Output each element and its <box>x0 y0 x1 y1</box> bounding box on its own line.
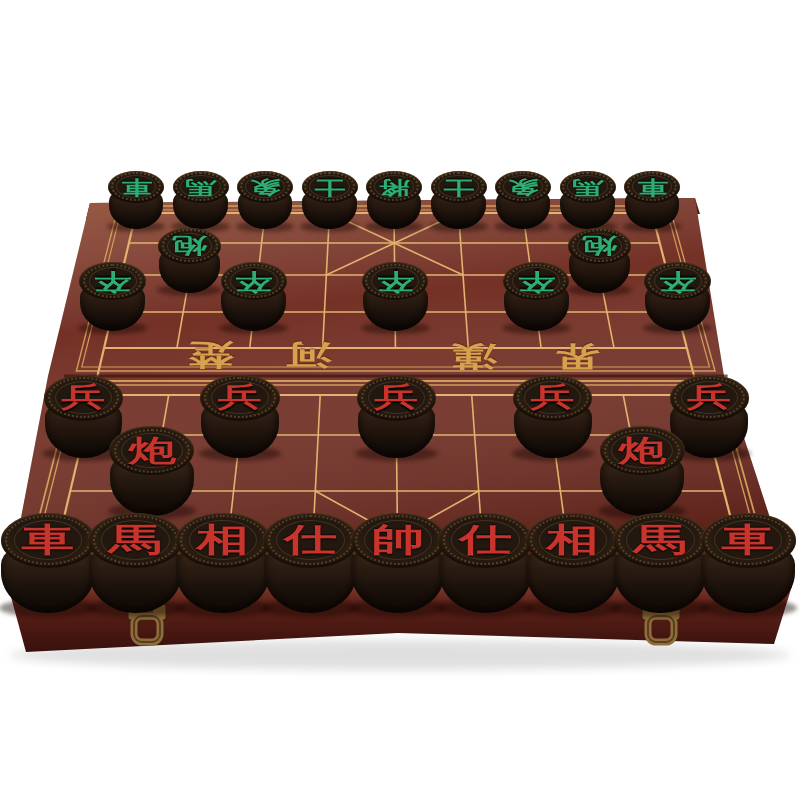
piece-character: 兵 <box>670 375 749 421</box>
piece-character: 車 <box>108 171 164 203</box>
piece-character: 炮 <box>158 228 221 264</box>
piece-character: 士 <box>302 171 358 203</box>
river-text-chu: 楚 <box>179 341 243 370</box>
piece-red-horse[interactable]: 馬 <box>613 513 708 613</box>
piece-character: 仕 <box>438 513 533 568</box>
piece-character: 兵 <box>513 375 592 421</box>
piece-black-soldier[interactable]: 卒 <box>79 262 145 332</box>
piece-character: 象 <box>495 171 551 203</box>
river-text-han: 漢 <box>442 342 506 371</box>
piece-black-elephant[interactable]: 象 <box>237 171 293 230</box>
piece-top-face: 車 <box>1 513 96 568</box>
river-text-he: 河 <box>277 341 341 370</box>
piece-character: 仕 <box>263 513 358 568</box>
piece-top-face: 卒 <box>79 262 145 300</box>
piece-red-chariot[interactable]: 車 <box>1 513 96 613</box>
piece-black-soldier[interactable]: 卒 <box>221 262 287 332</box>
piece-top-face: 炮 <box>158 228 221 264</box>
piece-red-cannon[interactable]: 炮 <box>600 426 685 516</box>
piece-character: 馬 <box>173 171 229 203</box>
piece-top-face: 士 <box>431 171 487 203</box>
piece-top-face: 馬 <box>560 171 616 203</box>
piece-black-cannon[interactable]: 炮 <box>158 228 221 293</box>
piece-top-face: 卒 <box>221 262 287 300</box>
piece-black-cannon[interactable]: 炮 <box>568 228 631 293</box>
piece-top-face: 炮 <box>600 426 685 475</box>
piece-character: 馬 <box>613 513 708 568</box>
piece-red-advisor[interactable]: 仕 <box>438 513 533 613</box>
piece-red-general[interactable]: 帥 <box>351 513 446 613</box>
piece-top-face: 馬 <box>173 171 229 203</box>
piece-character: 卒 <box>644 262 710 300</box>
piece-black-general[interactable]: 將 <box>366 171 422 230</box>
piece-black-elephant[interactable]: 象 <box>495 171 551 230</box>
piece-top-face: 士 <box>302 171 358 203</box>
piece-character: 士 <box>431 171 487 203</box>
piece-black-chariot[interactable]: 車 <box>108 171 164 230</box>
piece-red-chariot[interactable]: 車 <box>701 513 796 613</box>
piece-top-face: 相 <box>176 513 271 568</box>
piece-top-face: 仕 <box>263 513 358 568</box>
piece-black-advisor[interactable]: 士 <box>302 171 358 230</box>
piece-red-soldier[interactable]: 兵 <box>513 375 592 458</box>
piece-character: 炮 <box>568 228 631 264</box>
piece-top-face: 卒 <box>362 262 428 300</box>
piece-top-face: 炮 <box>109 426 194 475</box>
piece-red-advisor[interactable]: 仕 <box>263 513 358 613</box>
piece-top-face: 相 <box>526 513 621 568</box>
piece-character: 帥 <box>351 513 446 568</box>
piece-character: 兵 <box>357 375 436 421</box>
piece-red-soldier[interactable]: 兵 <box>357 375 436 458</box>
piece-top-face: 兵 <box>200 375 279 421</box>
piece-top-face: 將 <box>366 171 422 203</box>
piece-top-face: 馬 <box>613 513 708 568</box>
piece-character: 卒 <box>503 262 569 300</box>
piece-top-face: 兵 <box>357 375 436 421</box>
piece-top-face: 車 <box>701 513 796 568</box>
piece-red-cannon[interactable]: 炮 <box>109 426 194 516</box>
piece-top-face: 帥 <box>351 513 446 568</box>
piece-top-face: 炮 <box>568 228 631 264</box>
piece-black-chariot[interactable]: 車 <box>624 171 680 230</box>
piece-character: 卒 <box>221 262 287 300</box>
piece-top-face: 仕 <box>438 513 533 568</box>
piece-character: 馬 <box>560 171 616 203</box>
piece-character: 炮 <box>600 426 685 475</box>
piece-top-face: 兵 <box>44 375 123 421</box>
piece-black-soldier[interactable]: 卒 <box>503 262 569 332</box>
piece-character: 相 <box>526 513 621 568</box>
piece-top-face: 卒 <box>644 262 710 300</box>
piece-top-face: 兵 <box>513 375 592 421</box>
piece-black-horse[interactable]: 馬 <box>173 171 229 230</box>
piece-black-soldier[interactable]: 卒 <box>644 262 710 332</box>
piece-character: 卒 <box>362 262 428 300</box>
piece-black-soldier[interactable]: 卒 <box>362 262 428 332</box>
piece-red-soldier[interactable]: 兵 <box>200 375 279 458</box>
piece-character: 兵 <box>44 375 123 421</box>
piece-top-face: 馬 <box>88 513 183 568</box>
piece-character: 炮 <box>109 426 194 475</box>
piece-character: 兵 <box>200 375 279 421</box>
piece-character: 將 <box>366 171 422 203</box>
river-text-jie: 界 <box>545 342 609 371</box>
piece-top-face: 卒 <box>503 262 569 300</box>
piece-top-face: 車 <box>624 171 680 203</box>
xiangqi-set-photo: 楚 河 漢 界 車 馬 象 士 <box>0 0 800 800</box>
piece-top-face: 象 <box>237 171 293 203</box>
piece-character: 車 <box>624 171 680 203</box>
piece-character: 馬 <box>88 513 183 568</box>
piece-character: 車 <box>701 513 796 568</box>
piece-top-face: 車 <box>108 171 164 203</box>
piece-top-face: 象 <box>495 171 551 203</box>
piece-black-advisor[interactable]: 士 <box>431 171 487 230</box>
piece-red-horse[interactable]: 馬 <box>88 513 183 613</box>
piece-red-elephant[interactable]: 相 <box>176 513 271 613</box>
piece-character: 相 <box>176 513 271 568</box>
piece-character: 車 <box>1 513 96 568</box>
piece-character: 卒 <box>79 262 145 300</box>
piece-top-face: 兵 <box>670 375 749 421</box>
piece-black-horse[interactable]: 馬 <box>560 171 616 230</box>
piece-character: 象 <box>237 171 293 203</box>
piece-red-elephant[interactable]: 相 <box>526 513 621 613</box>
